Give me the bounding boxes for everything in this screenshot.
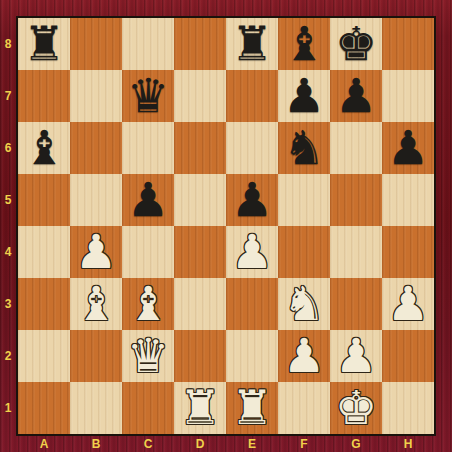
rank-label-3: 3 — [0, 278, 16, 330]
square-e7[interactable] — [226, 70, 278, 122]
square-c5[interactable]: ♟ — [122, 174, 174, 226]
square-f7[interactable]: ♟ — [278, 70, 330, 122]
square-d6[interactable] — [174, 122, 226, 174]
square-e2[interactable] — [226, 330, 278, 382]
file-label-g: G — [330, 436, 382, 452]
square-d1[interactable]: ♜ — [174, 382, 226, 434]
square-a4[interactable] — [18, 226, 70, 278]
square-e4[interactable]: ♟ — [226, 226, 278, 278]
black-queen-c7[interactable]: ♛ — [127, 70, 169, 122]
square-e5[interactable]: ♟ — [226, 174, 278, 226]
square-d8[interactable] — [174, 18, 226, 70]
square-h5[interactable] — [382, 174, 434, 226]
square-d2[interactable] — [174, 330, 226, 382]
square-f6[interactable]: ♞ — [278, 122, 330, 174]
square-a8[interactable]: ♜ — [18, 18, 70, 70]
square-b4[interactable]: ♟ — [70, 226, 122, 278]
square-g4[interactable] — [330, 226, 382, 278]
square-h4[interactable] — [382, 226, 434, 278]
square-h7[interactable] — [382, 70, 434, 122]
square-g6[interactable] — [330, 122, 382, 174]
square-a3[interactable] — [18, 278, 70, 330]
square-b5[interactable] — [70, 174, 122, 226]
black-pawn-f7[interactable]: ♟ — [283, 70, 325, 122]
square-h3[interactable]: ♟ — [382, 278, 434, 330]
square-h1[interactable] — [382, 382, 434, 434]
file-label-b: B — [70, 436, 122, 452]
square-g5[interactable] — [330, 174, 382, 226]
square-b3[interactable]: ♝ — [70, 278, 122, 330]
square-c6[interactable] — [122, 122, 174, 174]
square-a1[interactable] — [18, 382, 70, 434]
chess-board: ♜♜♝♚♛♟♟♝♞♟♟♟♟♟♝♝♞♟♛♟♟♜♜♚ — [16, 16, 436, 436]
file-label-c: C — [122, 436, 174, 452]
square-a6[interactable]: ♝ — [18, 122, 70, 174]
white-rook-d1[interactable]: ♜ — [179, 382, 221, 434]
white-queen-c2[interactable]: ♛ — [127, 330, 169, 382]
black-bishop-a6[interactable]: ♝ — [23, 122, 65, 174]
square-d5[interactable] — [174, 174, 226, 226]
square-e8[interactable]: ♜ — [226, 18, 278, 70]
square-b8[interactable] — [70, 18, 122, 70]
square-c8[interactable] — [122, 18, 174, 70]
white-bishop-c3[interactable]: ♝ — [127, 278, 169, 330]
square-d7[interactable] — [174, 70, 226, 122]
black-pawn-h6[interactable]: ♟ — [387, 122, 429, 174]
white-pawn-g2[interactable]: ♟ — [335, 330, 377, 382]
board-frame: ♜♜♝♚♛♟♟♝♞♟♟♟♟♟♝♝♞♟♛♟♟♜♜♚ 87654321ABCDEFG… — [0, 0, 452, 452]
square-g2[interactable]: ♟ — [330, 330, 382, 382]
white-pawn-h3[interactable]: ♟ — [387, 278, 429, 330]
square-f3[interactable]: ♞ — [278, 278, 330, 330]
white-bishop-b3[interactable]: ♝ — [75, 278, 117, 330]
black-king-g8[interactable]: ♚ — [335, 18, 377, 70]
white-king-g1[interactable]: ♚ — [335, 382, 377, 434]
square-a5[interactable] — [18, 174, 70, 226]
square-f8[interactable]: ♝ — [278, 18, 330, 70]
square-e3[interactable] — [226, 278, 278, 330]
square-f5[interactable] — [278, 174, 330, 226]
file-label-a: A — [18, 436, 70, 452]
black-bishop-f8[interactable]: ♝ — [283, 18, 325, 70]
square-c7[interactable]: ♛ — [122, 70, 174, 122]
rank-label-6: 6 — [0, 122, 16, 174]
black-pawn-e5[interactable]: ♟ — [231, 174, 273, 226]
square-g1[interactable]: ♚ — [330, 382, 382, 434]
black-rook-a8[interactable]: ♜ — [23, 18, 65, 70]
square-b6[interactable] — [70, 122, 122, 174]
square-b1[interactable] — [70, 382, 122, 434]
square-h2[interactable] — [382, 330, 434, 382]
white-rook-e1[interactable]: ♜ — [231, 382, 273, 434]
file-label-e: E — [226, 436, 278, 452]
file-label-d: D — [174, 436, 226, 452]
square-d4[interactable] — [174, 226, 226, 278]
black-pawn-g7[interactable]: ♟ — [335, 70, 377, 122]
file-label-h: H — [382, 436, 434, 452]
square-c4[interactable] — [122, 226, 174, 278]
black-knight-f6[interactable]: ♞ — [283, 122, 325, 174]
square-f4[interactable] — [278, 226, 330, 278]
square-a7[interactable] — [18, 70, 70, 122]
square-c1[interactable] — [122, 382, 174, 434]
black-pawn-c5[interactable]: ♟ — [127, 174, 169, 226]
white-pawn-b4[interactable]: ♟ — [75, 226, 117, 278]
square-g8[interactable]: ♚ — [330, 18, 382, 70]
square-e1[interactable]: ♜ — [226, 382, 278, 434]
square-e6[interactable] — [226, 122, 278, 174]
rank-label-2: 2 — [0, 330, 16, 382]
square-f1[interactable] — [278, 382, 330, 434]
square-f2[interactable]: ♟ — [278, 330, 330, 382]
rank-label-1: 1 — [0, 382, 16, 434]
rank-label-8: 8 — [0, 18, 16, 70]
square-h6[interactable]: ♟ — [382, 122, 434, 174]
square-c2[interactable]: ♛ — [122, 330, 174, 382]
black-rook-e8[interactable]: ♜ — [231, 18, 273, 70]
square-g3[interactable] — [330, 278, 382, 330]
square-d3[interactable] — [174, 278, 226, 330]
white-pawn-f2[interactable]: ♟ — [283, 330, 325, 382]
rank-label-5: 5 — [0, 174, 16, 226]
square-b2[interactable] — [70, 330, 122, 382]
square-a2[interactable] — [18, 330, 70, 382]
rank-label-4: 4 — [0, 226, 16, 278]
white-pawn-e4[interactable]: ♟ — [231, 226, 273, 278]
white-knight-f3[interactable]: ♞ — [283, 278, 325, 330]
square-h8[interactable] — [382, 18, 434, 70]
rank-label-7: 7 — [0, 70, 16, 122]
square-g7[interactable]: ♟ — [330, 70, 382, 122]
file-label-f: F — [278, 436, 330, 452]
square-b7[interactable] — [70, 70, 122, 122]
square-c3[interactable]: ♝ — [122, 278, 174, 330]
